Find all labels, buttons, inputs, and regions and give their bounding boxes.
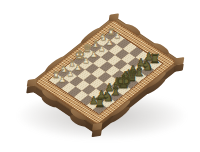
piece-white-pawn-h2[interactable]: ♟ — [53, 76, 71, 84]
piece-black-rook-h8[interactable]: ♜ — [91, 97, 109, 110]
chess-set-photo: ♜♟♞♟♝♟♛♟♚♟♟♜♝♟♟♞♞♟♟♝♜♟♟♛♟♚♟♝♟♞♟♜ — [0, 0, 200, 152]
